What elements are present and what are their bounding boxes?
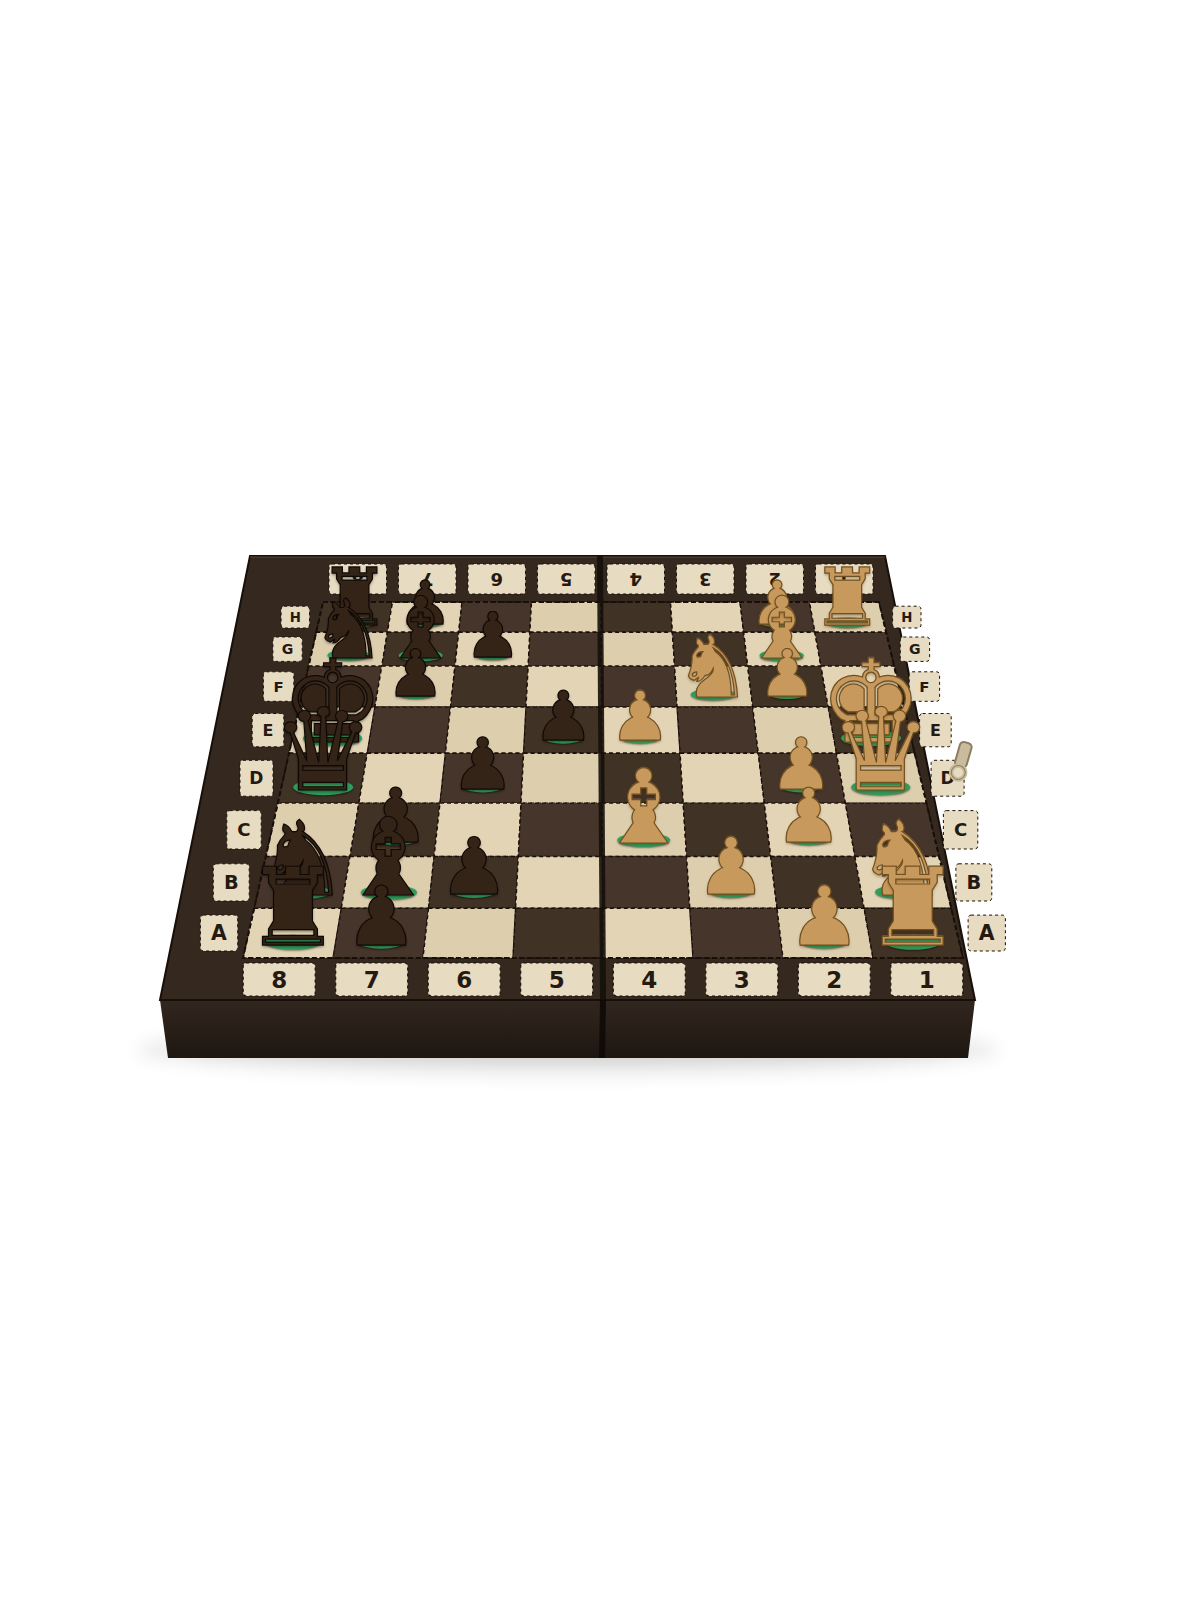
pawn-glyph: ♟ [345, 876, 419, 958]
rook-glyph: ♜ [244, 854, 341, 962]
queen-glyph: ♛ [829, 694, 932, 809]
pawn-glyph: ♟ [758, 641, 817, 706]
product-photo-stage: 8765432187654321HHGGFFEEDDCCBBAA ♜♟♟♜♞♝♟… [0, 0, 1200, 1600]
pawn-glyph: ♟ [386, 641, 445, 706]
rook-glyph: ♜ [812, 558, 883, 638]
pawn-glyph: ♟ [439, 828, 510, 907]
pawn-glyph: ♟ [696, 828, 767, 907]
pawn-glyph: ♟ [533, 683, 594, 751]
rook-glyph: ♜ [864, 854, 961, 962]
pawn-glyph: ♟ [787, 876, 861, 958]
pawn-glyph: ♟ [775, 779, 842, 854]
pawn-glyph: ♟ [465, 604, 521, 667]
bishop-glyph: ♝ [597, 756, 689, 859]
pawn-glyph: ♟ [610, 683, 671, 751]
knight-glyph: ♞ [675, 624, 752, 710]
pawn-glyph: ♟ [450, 729, 514, 801]
pieces-layer: ♜♟♟♜♞♝♟♝♟♞♟♚♟♟♚♛♟♟♛♟♝♟♞♝♟♟♞♜♟♟♜ [0, 0, 1200, 1600]
queen-glyph: ♛ [272, 694, 375, 809]
